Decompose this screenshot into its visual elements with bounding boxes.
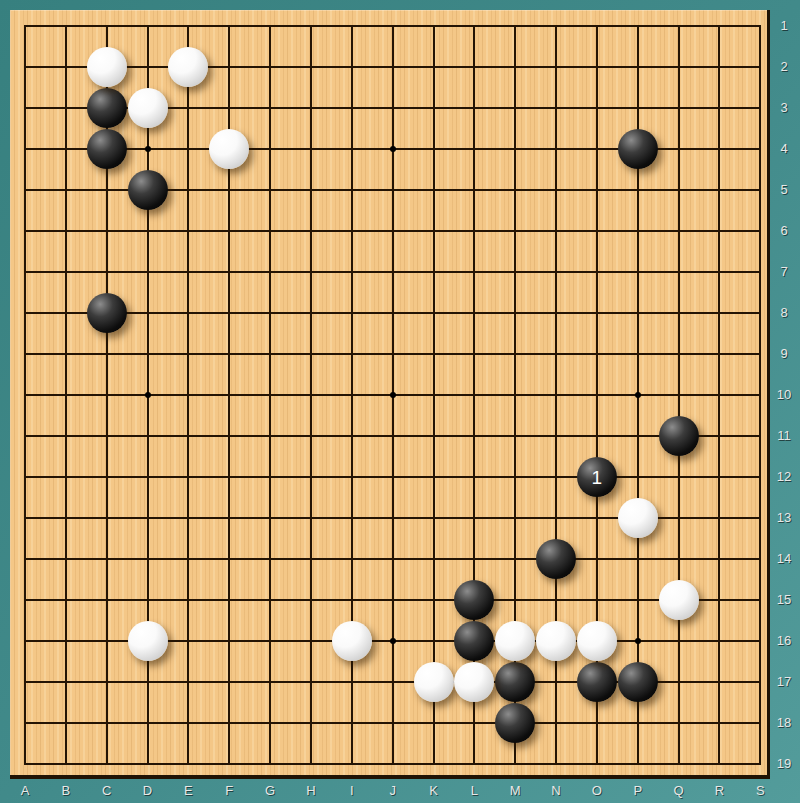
white-stone[interactable] <box>659 580 699 620</box>
white-stone[interactable] <box>128 88 168 128</box>
black-stone[interactable] <box>618 662 658 702</box>
row-label: 8 <box>770 304 798 322</box>
white-stone[interactable] <box>536 621 576 661</box>
column-label: B <box>51 781 81 801</box>
white-stone[interactable] <box>577 621 617 661</box>
grid-line-vertical <box>678 25 680 765</box>
row-label: 16 <box>770 632 798 650</box>
row-label: 1 <box>770 17 798 35</box>
grid-line-horizontal <box>24 763 761 765</box>
white-stone[interactable] <box>209 129 249 169</box>
row-label: 4 <box>770 140 798 158</box>
row-label: 7 <box>770 263 798 281</box>
grid-line-horizontal <box>24 476 761 478</box>
grid-line-horizontal <box>24 558 761 560</box>
column-label: P <box>623 781 653 801</box>
white-stone[interactable] <box>87 47 127 87</box>
go-board-viewer: 1A1B2C3D4E5F6G7H8I9J10K11L12M13N14O15P16… <box>0 0 800 803</box>
column-label: L <box>459 781 489 801</box>
column-label: J <box>378 781 408 801</box>
star-point <box>145 392 151 398</box>
black-stone[interactable] <box>577 662 617 702</box>
row-label: 19 <box>770 755 798 773</box>
column-label: E <box>173 781 203 801</box>
black-stone[interactable] <box>87 129 127 169</box>
white-stone[interactable] <box>332 621 372 661</box>
row-label: 6 <box>770 222 798 240</box>
row-label: 3 <box>770 99 798 117</box>
black-stone[interactable]: 1 <box>577 457 617 497</box>
row-label: 11 <box>770 427 798 445</box>
star-point <box>145 146 151 152</box>
row-label: 10 <box>770 386 798 404</box>
column-label: A <box>10 781 40 801</box>
black-stone[interactable] <box>87 88 127 128</box>
row-label: 2 <box>770 58 798 76</box>
column-label: G <box>255 781 285 801</box>
white-stone[interactable] <box>618 498 658 538</box>
column-label: F <box>214 781 244 801</box>
grid-line-vertical <box>433 25 435 765</box>
column-label: D <box>133 781 163 801</box>
star-point <box>390 392 396 398</box>
column-label: N <box>541 781 571 801</box>
white-stone[interactable] <box>128 621 168 661</box>
column-label: S <box>745 781 775 801</box>
row-label: 12 <box>770 468 798 486</box>
column-label: R <box>704 781 734 801</box>
column-label: Q <box>664 781 694 801</box>
column-label: O <box>582 781 612 801</box>
black-stone[interactable] <box>495 662 535 702</box>
row-label: 13 <box>770 509 798 527</box>
star-point <box>390 146 396 152</box>
column-label: M <box>500 781 530 801</box>
row-label: 14 <box>770 550 798 568</box>
row-label: 17 <box>770 673 798 691</box>
grid-line-vertical <box>759 25 761 765</box>
black-stone[interactable] <box>87 293 127 333</box>
white-stone[interactable] <box>495 621 535 661</box>
row-label: 18 <box>770 714 798 732</box>
black-stone[interactable] <box>128 170 168 210</box>
row-label: 5 <box>770 181 798 199</box>
black-stone[interactable] <box>495 703 535 743</box>
move-number-label: 1 <box>592 468 603 487</box>
column-label: I <box>337 781 367 801</box>
white-stone[interactable] <box>414 662 454 702</box>
black-stone[interactable] <box>659 416 699 456</box>
black-stone[interactable] <box>536 539 576 579</box>
star-point <box>390 638 396 644</box>
column-label: C <box>92 781 122 801</box>
row-label: 15 <box>770 591 798 609</box>
star-point <box>635 392 641 398</box>
black-stone[interactable] <box>618 129 658 169</box>
grid-line-vertical <box>718 25 720 765</box>
column-label: K <box>419 781 449 801</box>
grid-line-horizontal <box>24 435 761 437</box>
grid-line-horizontal <box>24 599 761 601</box>
star-point <box>635 638 641 644</box>
column-label: H <box>296 781 326 801</box>
row-label: 9 <box>770 345 798 363</box>
grid-line-horizontal <box>24 722 761 724</box>
